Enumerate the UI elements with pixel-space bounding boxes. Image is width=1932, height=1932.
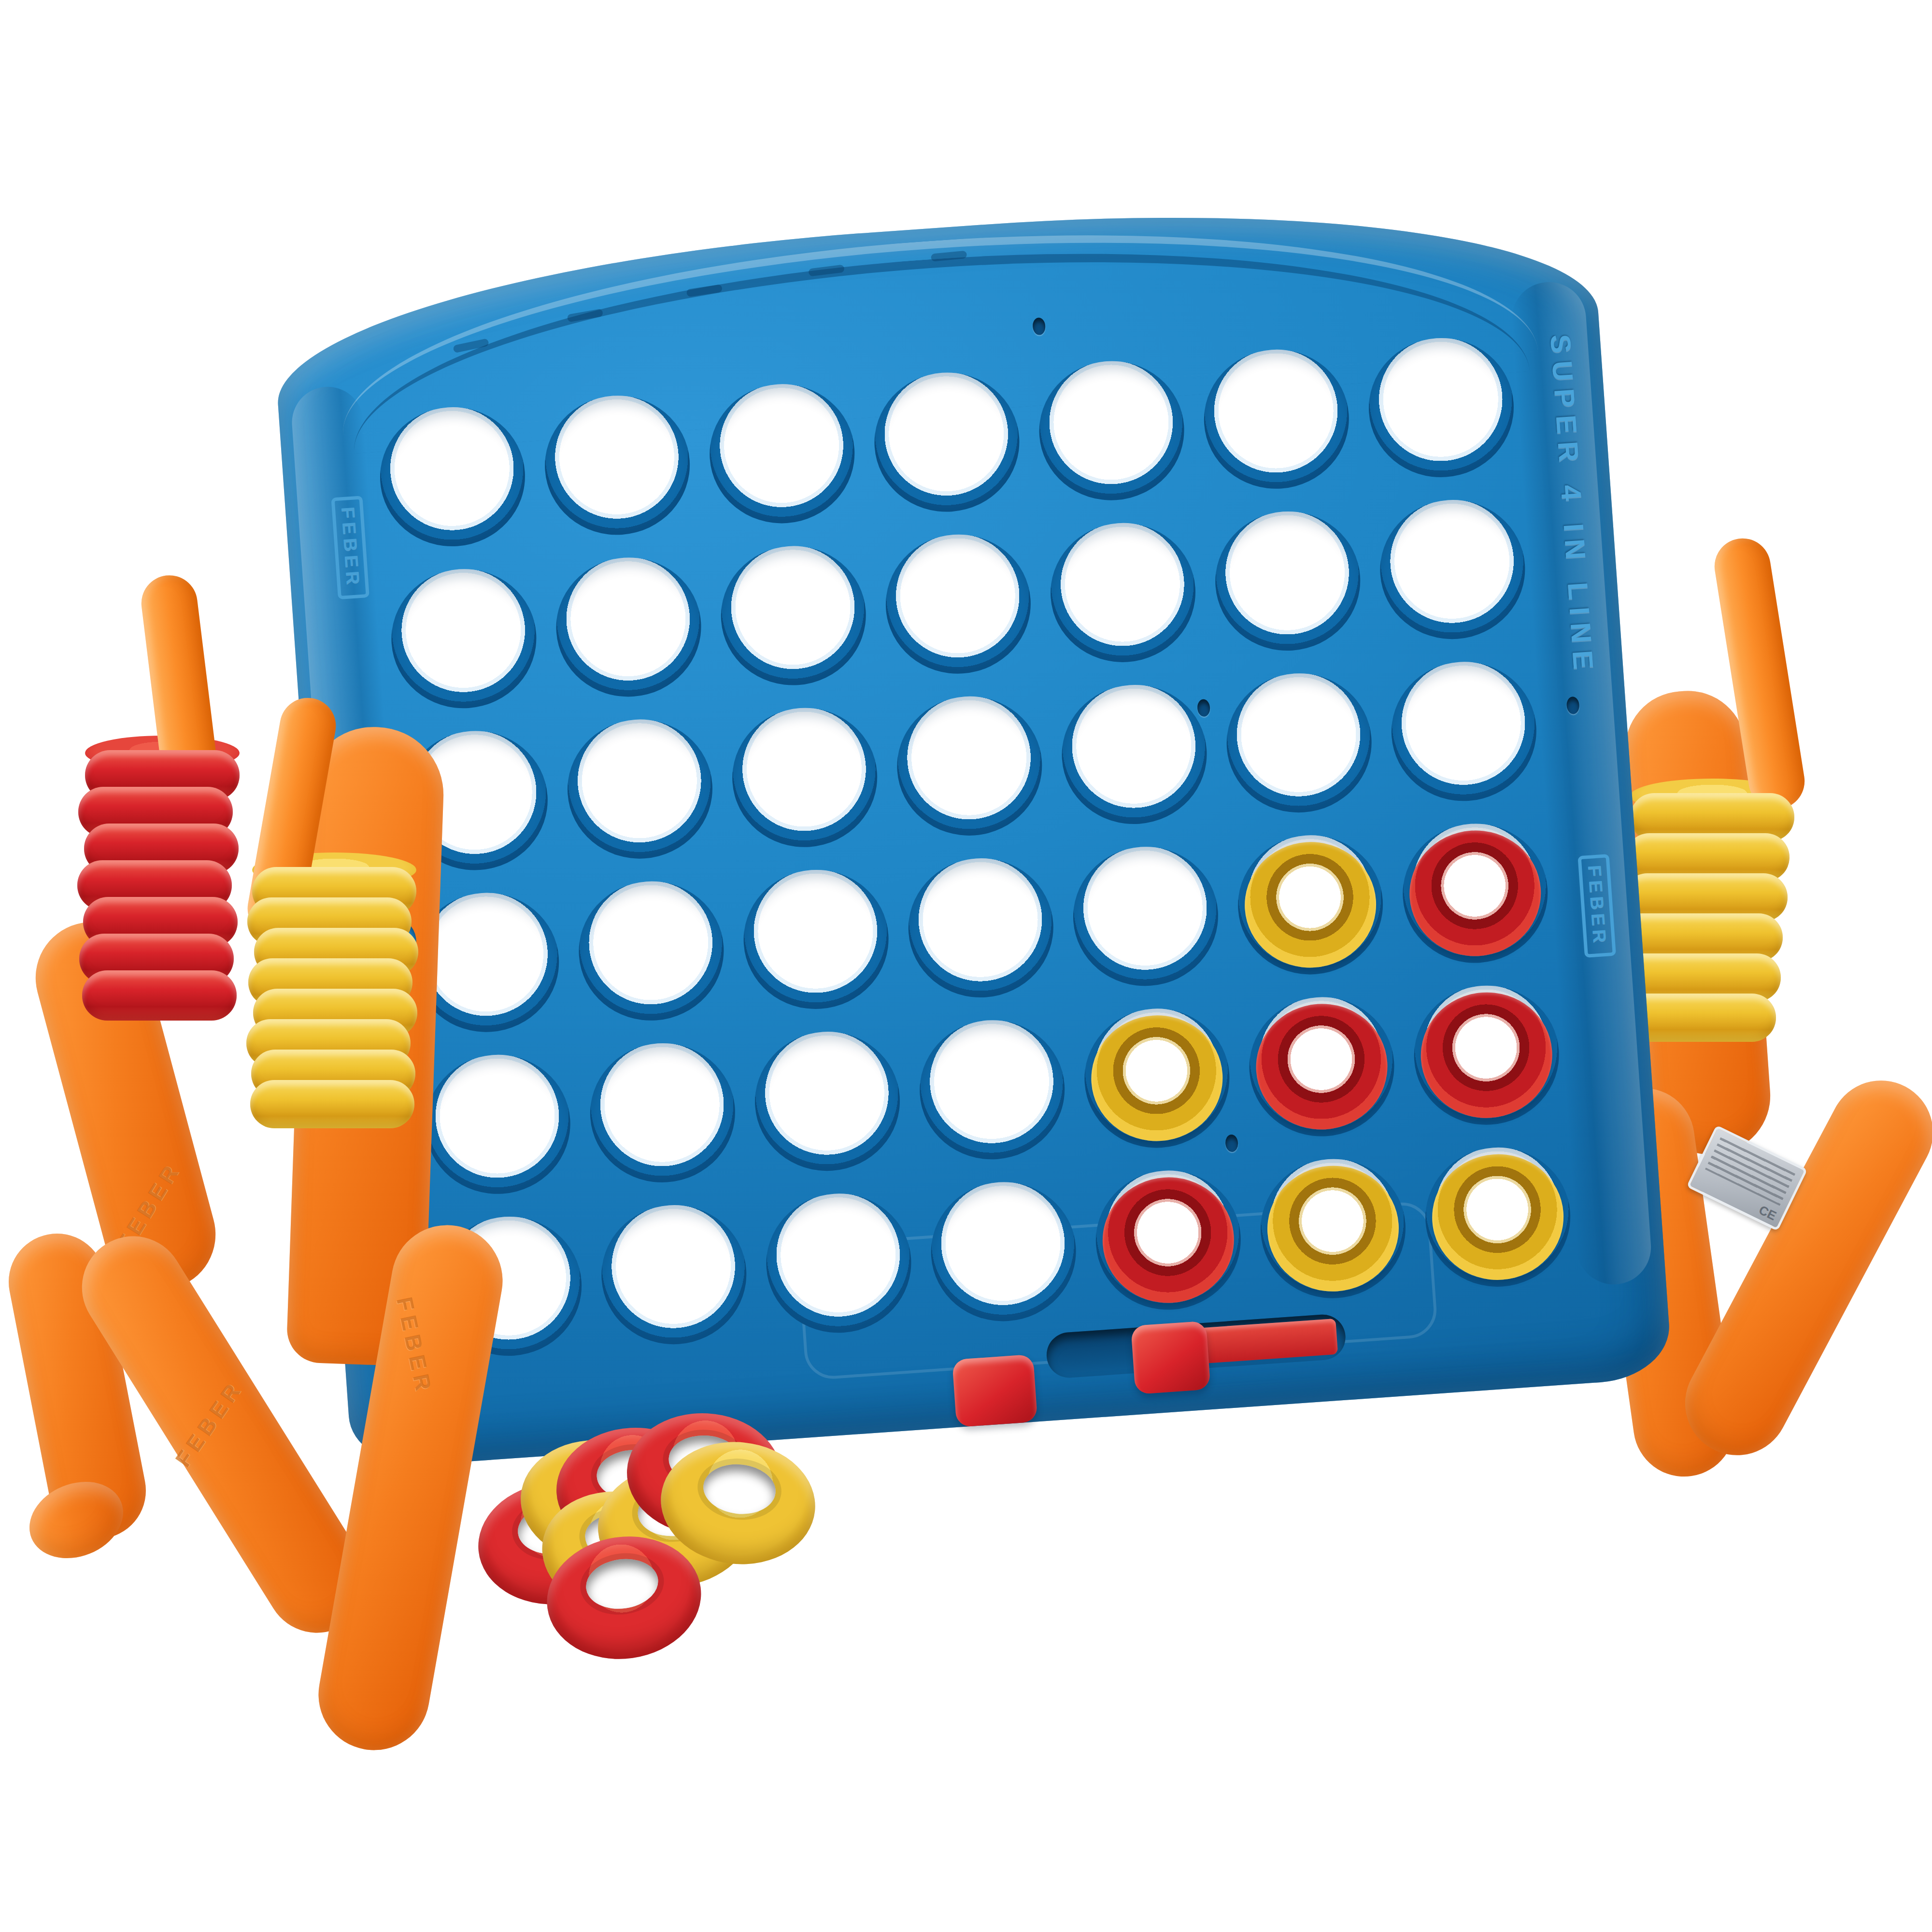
loose-discs-area — [0, 0, 1932, 1932]
product-photo-scene: FEBER CE FEBER SUPER 4 — [0, 0, 1932, 1932]
red-loose-disc[interactable] — [539, 1527, 709, 1669]
